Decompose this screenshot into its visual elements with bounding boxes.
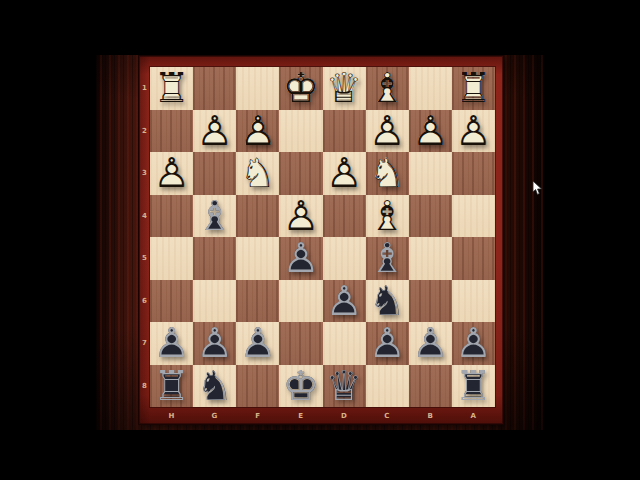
- file-label-a: A: [452, 408, 495, 423]
- piece-white-pawn[interactable]: ♟♙: [193, 110, 236, 153]
- square-a4[interactable]: [452, 195, 495, 238]
- piece-white-pawn[interactable]: ♟♙: [452, 110, 495, 153]
- rank-label-8: 8: [139, 365, 150, 408]
- square-g1[interactable]: [193, 67, 236, 110]
- rank-label-4: 4: [139, 195, 150, 238]
- piece-glyph-outline: ♙: [279, 195, 322, 238]
- piece-white-pawn[interactable]: ♟♙: [236, 110, 279, 153]
- piece-glyph-outline: ♘: [366, 280, 409, 323]
- square-g8[interactable]: ♞♘: [193, 365, 236, 408]
- square-h6[interactable]: [150, 280, 193, 323]
- file-label-b: B: [409, 408, 452, 423]
- piece-glyph-outline: ♕: [323, 365, 366, 408]
- piece-glyph-outline: ♘: [236, 152, 279, 195]
- square-b1[interactable]: [409, 67, 452, 110]
- piece-glyph-outline: ♙: [366, 322, 409, 365]
- piece-glyph-outline: ♗: [193, 195, 236, 238]
- square-h5[interactable]: [150, 237, 193, 280]
- square-e7[interactable]: [279, 322, 322, 365]
- piece-black-pawn[interactable]: ♟♙: [409, 322, 452, 365]
- piece-black-pawn[interactable]: ♟♙: [236, 322, 279, 365]
- square-c3[interactable]: ♞♘: [366, 152, 409, 195]
- piece-white-king[interactable]: ♚♔: [279, 67, 322, 110]
- piece-white-pawn[interactable]: ♟♙: [150, 152, 193, 195]
- piece-white-queen[interactable]: ♛♕: [323, 67, 366, 110]
- square-f3[interactable]: ♞♘: [236, 152, 279, 195]
- square-f6[interactable]: [236, 280, 279, 323]
- piece-white-pawn[interactable]: ♟♙: [323, 152, 366, 195]
- piece-glyph-outline: ♙: [323, 280, 366, 323]
- file-labels: HGFEDCBA: [150, 408, 495, 423]
- square-c1[interactable]: ♝♗: [366, 67, 409, 110]
- piece-glyph-outline: ♙: [366, 110, 409, 153]
- square-e5[interactable]: ♟♙: [279, 237, 322, 280]
- piece-glyph-outline: ♙: [452, 110, 495, 153]
- square-b8[interactable]: [409, 365, 452, 408]
- piece-black-rook[interactable]: ♜♖: [150, 365, 193, 408]
- square-f5[interactable]: [236, 237, 279, 280]
- video-frame: ♜♖♚♔♛♕♝♗♜♖♟♙♟♙♟♙♟♙♟♙♟♙♞♘♟♙♞♘♝♗♟♙♝♗♟♙♝♗♟♙…: [0, 0, 640, 480]
- square-c6[interactable]: ♞♘: [366, 280, 409, 323]
- piece-white-pawn[interactable]: ♟♙: [409, 110, 452, 153]
- piece-glyph-outline: ♘: [366, 152, 409, 195]
- piece-white-rook[interactable]: ♜♖: [452, 67, 495, 110]
- piece-black-pawn[interactable]: ♟♙: [279, 237, 322, 280]
- square-a7[interactable]: ♟♙: [452, 322, 495, 365]
- piece-glyph-outline: ♙: [279, 237, 322, 280]
- square-b2[interactable]: ♟♙: [409, 110, 452, 153]
- square-g3[interactable]: [193, 152, 236, 195]
- piece-glyph-outline: ♙: [193, 322, 236, 365]
- piece-glyph-outline: ♙: [409, 322, 452, 365]
- piece-glyph-outline: ♔: [279, 365, 322, 408]
- square-e2[interactable]: [279, 110, 322, 153]
- square-h2[interactable]: [150, 110, 193, 153]
- square-b7[interactable]: ♟♙: [409, 322, 452, 365]
- piece-white-pawn[interactable]: ♟♙: [279, 195, 322, 238]
- rank-label-6: 6: [139, 280, 150, 323]
- square-g5[interactable]: [193, 237, 236, 280]
- piece-white-rook[interactable]: ♜♖: [150, 67, 193, 110]
- file-label-h: H: [150, 408, 193, 423]
- square-a5[interactable]: [452, 237, 495, 280]
- file-label-c: C: [366, 408, 409, 423]
- piece-glyph-outline: ♗: [366, 195, 409, 238]
- square-f7[interactable]: ♟♙: [236, 322, 279, 365]
- piece-glyph-outline: ♙: [236, 322, 279, 365]
- piece-glyph-outline: ♖: [452, 67, 495, 110]
- square-f4[interactable]: [236, 195, 279, 238]
- piece-black-king[interactable]: ♚♔: [279, 365, 322, 408]
- square-e1[interactable]: ♚♔: [279, 67, 322, 110]
- piece-black-pawn[interactable]: ♟♙: [452, 322, 495, 365]
- rank-label-5: 5: [139, 237, 150, 280]
- square-e4[interactable]: ♟♙: [279, 195, 322, 238]
- piece-black-pawn[interactable]: ♟♙: [366, 322, 409, 365]
- piece-black-pawn[interactable]: ♟♙: [193, 322, 236, 365]
- file-label-d: D: [323, 408, 366, 423]
- file-label-g: G: [193, 408, 236, 423]
- piece-glyph-outline: ♖: [150, 365, 193, 408]
- piece-black-knight[interactable]: ♞♘: [193, 365, 236, 408]
- piece-glyph-outline: ♙: [409, 110, 452, 153]
- square-c4[interactable]: ♝♗: [366, 195, 409, 238]
- square-f8[interactable]: [236, 365, 279, 408]
- piece-black-bishop[interactable]: ♝♗: [366, 237, 409, 280]
- piece-white-pawn[interactable]: ♟♙: [366, 110, 409, 153]
- square-e8[interactable]: ♚♔: [279, 365, 322, 408]
- piece-glyph-outline: ♙: [193, 110, 236, 153]
- piece-glyph-outline: ♗: [366, 67, 409, 110]
- piece-black-bishop[interactable]: ♝♗: [193, 195, 236, 238]
- piece-glyph-outline: ♙: [323, 152, 366, 195]
- square-a1[interactable]: ♜♖: [452, 67, 495, 110]
- square-a8[interactable]: ♜♖: [452, 365, 495, 408]
- square-d6[interactable]: ♟♙: [323, 280, 366, 323]
- piece-white-knight[interactable]: ♞♘: [236, 152, 279, 195]
- square-h8[interactable]: ♜♖: [150, 365, 193, 408]
- file-label-f: F: [236, 408, 279, 423]
- square-e6[interactable]: [279, 280, 322, 323]
- rank-label-1: 1: [139, 67, 150, 110]
- piece-glyph-outline: ♗: [366, 237, 409, 280]
- square-d7[interactable]: [323, 322, 366, 365]
- piece-white-knight[interactable]: ♞♘: [366, 152, 409, 195]
- piece-glyph-outline: ♕: [323, 67, 366, 110]
- piece-black-pawn[interactable]: ♟♙: [150, 322, 193, 365]
- square-b3[interactable]: [409, 152, 452, 195]
- square-b4[interactable]: [409, 195, 452, 238]
- square-g6[interactable]: [193, 280, 236, 323]
- square-d5[interactable]: [323, 237, 366, 280]
- square-d8[interactable]: ♛♕: [323, 365, 366, 408]
- square-e3[interactable]: [279, 152, 322, 195]
- piece-black-pawn[interactable]: ♟♙: [323, 280, 366, 323]
- piece-glyph-outline: ♖: [150, 67, 193, 110]
- square-h3[interactable]: ♟♙: [150, 152, 193, 195]
- square-c2[interactable]: ♟♙: [366, 110, 409, 153]
- square-h1[interactable]: ♜♖: [150, 67, 193, 110]
- square-g2[interactable]: ♟♙: [193, 110, 236, 153]
- file-label-e: E: [279, 408, 322, 423]
- piece-white-bishop[interactable]: ♝♗: [366, 195, 409, 238]
- square-d4[interactable]: [323, 195, 366, 238]
- piece-glyph-outline: ♔: [279, 67, 322, 110]
- piece-glyph-outline: ♙: [452, 322, 495, 365]
- square-h7[interactable]: ♟♙: [150, 322, 193, 365]
- square-a2[interactable]: ♟♙: [452, 110, 495, 153]
- square-a6[interactable]: [452, 280, 495, 323]
- square-b5[interactable]: [409, 237, 452, 280]
- piece-glyph-outline: ♘: [193, 365, 236, 408]
- square-h4[interactable]: [150, 195, 193, 238]
- square-b6[interactable]: [409, 280, 452, 323]
- piece-white-bishop[interactable]: ♝♗: [366, 67, 409, 110]
- square-f1[interactable]: [236, 67, 279, 110]
- piece-black-queen[interactable]: ♛♕: [323, 365, 366, 408]
- piece-glyph-outline: ♙: [236, 110, 279, 153]
- square-c7[interactable]: ♟♙: [366, 322, 409, 365]
- square-a3[interactable]: [452, 152, 495, 195]
- piece-glyph-outline: ♖: [452, 365, 495, 408]
- chess-board: ♜♖♚♔♛♕♝♗♜♖♟♙♟♙♟♙♟♙♟♙♟♙♞♘♟♙♞♘♝♗♟♙♝♗♟♙♝♗♟♙…: [150, 67, 495, 407]
- square-d2[interactable]: [323, 110, 366, 153]
- piece-black-rook[interactable]: ♜♖: [452, 365, 495, 408]
- rank-label-3: 3: [139, 152, 150, 195]
- square-g7[interactable]: ♟♙: [193, 322, 236, 365]
- rank-label-2: 2: [139, 110, 150, 153]
- square-d3[interactable]: ♟♙: [323, 152, 366, 195]
- square-f2[interactable]: ♟♙: [236, 110, 279, 153]
- piece-black-knight[interactable]: ♞♘: [366, 280, 409, 323]
- square-c8[interactable]: [366, 365, 409, 408]
- square-d1[interactable]: ♛♕: [323, 67, 366, 110]
- mouse-cursor-icon: [532, 181, 543, 196]
- piece-glyph-outline: ♙: [150, 152, 193, 195]
- square-g4[interactable]: ♝♗: [193, 195, 236, 238]
- piece-glyph-outline: ♙: [150, 322, 193, 365]
- rank-label-7: 7: [139, 322, 150, 365]
- rank-labels: 12345678: [139, 67, 150, 407]
- square-c5[interactable]: ♝♗: [366, 237, 409, 280]
